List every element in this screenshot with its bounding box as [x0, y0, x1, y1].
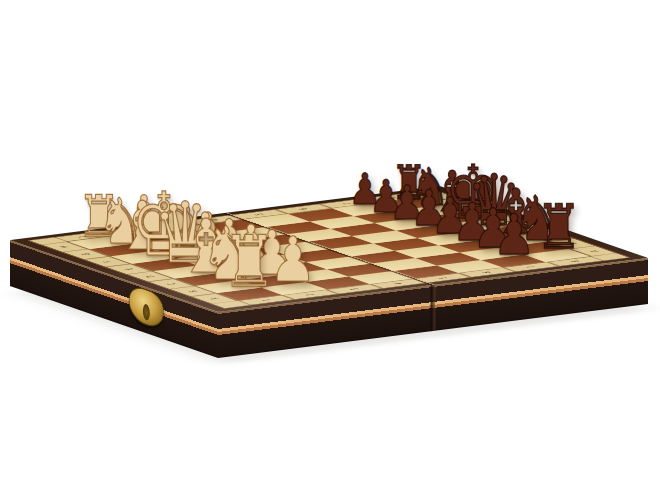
piece-dark-rook[interactable]: ♜	[535, 197, 581, 258]
chess-set-photo: ABCDEFGH ABCDEFGH 12345678 12345678 ♜♞♝♛…	[0, 0, 660, 495]
piece-light-rook[interactable]: ♜	[222, 226, 276, 297]
pieces-layer: ♜♞♝♛♚♝♞♜♟♟♟♟♟♟♟♟♟♟♟♟♟♟♟♟♜♞♝♛♚♝♞♜	[0, 0, 660, 495]
dark-pawn-glyph-icon: ♟	[493, 202, 536, 267]
light-rook-glyph-icon: ♜	[222, 220, 276, 303]
light-pawn-glyph-icon: ♟	[270, 223, 317, 296]
piece-light-pawn[interactable]: ♟	[270, 229, 317, 291]
dark-rook-glyph-icon: ♜	[535, 192, 581, 263]
piece-dark-pawn[interactable]: ♟	[493, 207, 536, 263]
